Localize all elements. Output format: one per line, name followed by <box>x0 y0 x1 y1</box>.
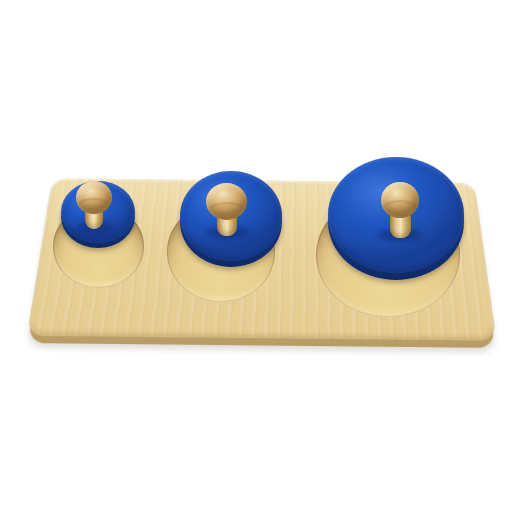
knob-small-handle[interactable] <box>76 181 112 214</box>
product-photo-stage <box>0 0 520 520</box>
knob-large-handle[interactable] <box>381 182 419 218</box>
knob-medium-handle[interactable] <box>206 183 247 220</box>
